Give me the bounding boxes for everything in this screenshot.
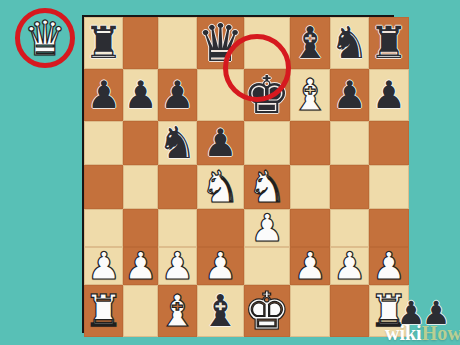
square-e6 [244,121,291,165]
square-a4 [84,209,123,247]
square-f2: ♟ [290,247,329,285]
square-f8: ♝ [290,17,329,69]
square-g8: ♞ [330,17,369,69]
white-knight: ♞ [247,165,286,209]
square-c2: ♟ [158,247,197,285]
white-pawn: ♟ [372,247,406,285]
black-pawn: ♟ [332,76,366,114]
square-f5 [290,165,329,209]
square-c7: ♟ [158,69,197,121]
square-a8: ♜ [84,17,123,69]
square-f6 [290,121,329,165]
white-knight: ♞ [201,165,240,209]
square-e5: ♞ [244,165,291,209]
black-knight: ♞ [330,21,369,65]
square-e2 [244,247,291,285]
wikihow-watermark-how: How [422,322,460,344]
illustration-canvas: ♜♛♝♞♜♟♟♟♚♝♟♟♞♟♞♞♟♟♟♟♟♟♟♟♜♝♝♚♜ ♛ ♟ ♟ wiki… [0,0,460,345]
square-a2: ♟ [84,247,123,285]
square-a5 [84,165,123,209]
highlight-circle-captured-queen [15,8,75,68]
black-pawn: ♟ [160,76,194,114]
square-h6 [369,121,408,165]
square-h7: ♟ [369,69,408,121]
square-g2: ♟ [330,247,369,285]
white-pawn: ♟ [87,247,121,285]
square-c4 [158,209,197,247]
white-pawn: ♟ [203,247,237,285]
square-b6 [123,121,157,165]
black-bishop: ♝ [201,289,240,333]
square-b7: ♟ [123,69,157,121]
square-a1: ♜ [84,285,123,337]
square-h2: ♟ [369,247,408,285]
white-pawn: ♟ [293,247,327,285]
black-bishop: ♝ [290,21,329,65]
black-pawn: ♟ [203,124,237,162]
white-pawn: ♟ [123,247,157,285]
square-f1 [290,285,329,337]
white-pawn: ♟ [250,209,284,247]
square-g6 [330,121,369,165]
square-a7: ♟ [84,69,123,121]
square-c6: ♞ [158,121,197,165]
square-e1: ♚ [244,285,291,337]
square-a6 [84,121,123,165]
black-pawn: ♟ [87,76,121,114]
square-g1 [330,285,369,337]
black-rook: ♜ [84,21,123,65]
square-d5: ♞ [197,165,244,209]
white-king: ♚ [244,285,291,337]
square-h5 [369,165,408,209]
square-e4: ♟ [244,209,291,247]
square-h8: ♜ [369,17,408,69]
square-d1: ♝ [197,285,244,337]
black-knight: ♞ [158,121,197,165]
square-f4 [290,209,329,247]
square-d6: ♟ [197,121,244,165]
square-c8 [158,17,197,69]
square-h4 [369,209,408,247]
black-pawn: ♟ [372,76,406,114]
wikihow-watermark-wiki: wiki [385,322,422,344]
square-b4 [123,209,157,247]
square-c5 [158,165,197,209]
square-g4 [330,209,369,247]
black-rook: ♜ [369,21,408,65]
square-g7: ♟ [330,69,369,121]
square-b2: ♟ [123,247,157,285]
white-bishop: ♝ [158,289,197,333]
square-d4 [197,209,244,247]
white-pawn: ♟ [160,247,194,285]
wikihow-watermark: wikiHow [385,323,460,343]
square-b5 [123,165,157,209]
square-g5 [330,165,369,209]
square-b1 [123,285,157,337]
white-rook: ♜ [84,289,123,333]
black-pawn: ♟ [123,76,157,114]
highlight-circle-black-king [223,34,291,102]
square-b8 [123,17,157,69]
square-d2: ♟ [197,247,244,285]
white-bishop: ♝ [290,73,329,117]
square-f7: ♝ [290,69,329,121]
square-c1: ♝ [158,285,197,337]
white-pawn: ♟ [332,247,366,285]
